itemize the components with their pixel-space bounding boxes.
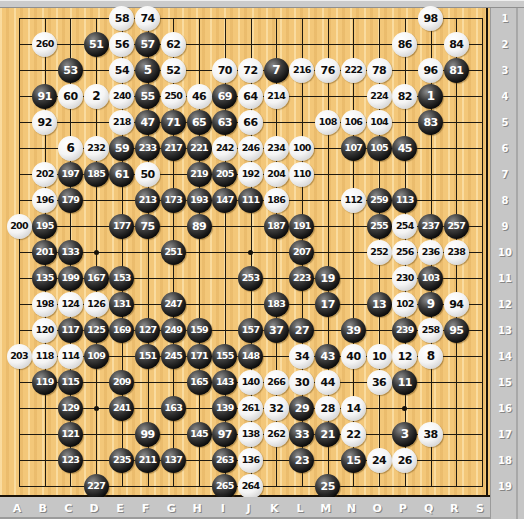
move-number: 34 — [295, 351, 309, 362]
column-label-H: H — [188, 502, 206, 515]
stone-black-move-63: 63 — [212, 110, 237, 135]
move-number: 37 — [269, 325, 283, 336]
move-number: 5 — [144, 64, 152, 76]
stone-white-move-96: 96 — [418, 58, 443, 83]
stone-white-move-256: 256 — [392, 240, 417, 265]
stone-black-move-137: 137 — [161, 448, 186, 473]
stone-white-move-8: 8 — [418, 344, 443, 369]
stone-white-move-44: 44 — [315, 370, 340, 395]
move-number: 115 — [62, 377, 80, 387]
move-number: 111 — [242, 195, 260, 205]
stone-white-move-140: 140 — [238, 370, 263, 395]
stone-black-move-131: 131 — [109, 292, 134, 317]
column-coordinates-strip: ABCDEFGHIJKLMNOPQRS — [0, 497, 490, 519]
move-number: 223 — [293, 273, 311, 283]
move-number: 147 — [216, 195, 234, 205]
stone-black-move-143: 143 — [212, 370, 237, 395]
stone-white-move-74: 74 — [135, 6, 160, 31]
row-label-2: 2 — [492, 39, 518, 50]
stone-white-move-50: 50 — [135, 162, 160, 187]
move-number: 2 — [92, 90, 100, 102]
row-label-10: 10 — [492, 247, 518, 258]
move-number: 179 — [62, 195, 80, 205]
stone-black-move-148: 148 — [238, 344, 263, 369]
stone-black-move-109: 109 — [84, 344, 109, 369]
go-board[interactable]: 5874982605156576286845354552707272167622… — [0, 8, 490, 497]
move-number: 204 — [267, 169, 285, 179]
stone-black-move-129: 129 — [58, 396, 83, 421]
move-number: 261 — [242, 403, 260, 413]
move-number: 14 — [346, 403, 360, 414]
move-number: 44 — [321, 377, 335, 388]
stone-black-move-7: 7 — [264, 58, 289, 83]
move-number: 224 — [370, 91, 388, 101]
move-number: 242 — [216, 143, 234, 153]
stone-black-move-195: 195 — [32, 214, 57, 239]
move-number: 118 — [36, 351, 54, 361]
move-number: 153 — [113, 273, 131, 283]
stone-white-move-86: 86 — [392, 32, 417, 57]
stone-black-move-103: 103 — [418, 266, 443, 291]
stone-black-move-5: 5 — [135, 58, 160, 83]
stone-white-move-14: 14 — [341, 396, 366, 421]
stone-black-move-227: 227 — [84, 474, 109, 499]
stone-black-move-71: 71 — [161, 110, 186, 135]
stone-white-move-262: 262 — [264, 422, 289, 447]
move-number: 250 — [164, 91, 182, 101]
stone-white-move-30: 30 — [289, 370, 314, 395]
move-number: 138 — [242, 429, 260, 439]
stone-black-move-23: 23 — [289, 448, 314, 473]
stone-black-move-187: 187 — [264, 214, 289, 239]
move-number: 1 — [427, 90, 435, 102]
stone-white-move-118: 118 — [32, 344, 57, 369]
move-number: 258 — [422, 325, 440, 335]
move-number: 216 — [293, 65, 311, 75]
move-number: 47 — [140, 117, 154, 128]
move-number: 127 — [139, 325, 157, 335]
move-number: 117 — [62, 325, 80, 335]
move-number: 98 — [423, 13, 437, 24]
stone-white-move-260: 260 — [32, 32, 57, 57]
stone-white-move-112: 112 — [341, 188, 366, 213]
stone-black-move-209: 209 — [109, 370, 134, 395]
stone-black-move-223: 223 — [289, 266, 314, 291]
stone-black-move-135: 135 — [32, 266, 57, 291]
stone-white-move-92: 92 — [32, 110, 57, 135]
column-label-A: A — [8, 502, 26, 515]
stone-black-move-83: 83 — [418, 110, 443, 135]
stone-black-move-59: 59 — [109, 136, 134, 161]
move-number: 183 — [267, 299, 285, 309]
stone-black-move-119: 119 — [32, 370, 57, 395]
move-number: 200 — [10, 221, 28, 231]
stone-white-move-76: 76 — [315, 58, 340, 83]
stone-black-move-167: 167 — [84, 266, 109, 291]
move-number: 46 — [192, 91, 206, 102]
move-number: 247 — [164, 299, 182, 309]
row-label-11: 11 — [492, 273, 518, 284]
row-coordinates-strip: 12345678910111213141516171819 — [490, 8, 524, 519]
move-number: 91 — [38, 91, 52, 102]
column-label-N: N — [342, 502, 360, 515]
stone-black-move-265: 265 — [212, 474, 237, 499]
stone-white-move-222: 222 — [341, 58, 366, 83]
move-number: 38 — [423, 429, 437, 440]
stone-black-move-29: 29 — [289, 396, 314, 421]
stone-white-move-58: 58 — [109, 6, 134, 31]
move-number: 266 — [267, 377, 285, 387]
row-label-17: 17 — [492, 429, 518, 440]
stone-white-move-102: 102 — [392, 292, 417, 317]
move-number: 9 — [427, 298, 435, 310]
stone-white-move-230: 230 — [392, 266, 417, 291]
stone-white-move-84: 84 — [444, 32, 469, 57]
move-number: 124 — [62, 299, 80, 309]
stone-white-move-22: 22 — [341, 422, 366, 447]
column-label-L: L — [291, 502, 309, 515]
grid-line-vertical — [482, 18, 483, 487]
move-number: 143 — [216, 377, 234, 387]
move-number: 165 — [190, 377, 208, 387]
move-number: 22 — [346, 429, 360, 440]
move-number: 263 — [216, 455, 234, 465]
move-number: 246 — [242, 143, 260, 153]
stone-black-move-239: 239 — [392, 318, 417, 343]
stone-white-move-234: 234 — [264, 136, 289, 161]
row-label-6: 6 — [492, 143, 518, 154]
move-number: 39 — [346, 325, 360, 336]
stone-white-move-261: 261 — [238, 396, 263, 421]
move-number: 230 — [396, 273, 414, 283]
stone-black-move-241: 241 — [109, 396, 134, 421]
star-point — [248, 250, 253, 255]
move-number: 251 — [164, 247, 182, 257]
move-number: 95 — [449, 325, 463, 336]
row-label-18: 18 — [492, 455, 518, 466]
stone-black-move-191: 191 — [289, 214, 314, 239]
move-number: 114 — [62, 351, 80, 361]
move-number: 155 — [216, 351, 234, 361]
stone-black-move-155: 155 — [212, 344, 237, 369]
move-number: 240 — [113, 91, 131, 101]
stone-white-move-124: 124 — [58, 292, 83, 317]
stone-black-move-245: 245 — [161, 344, 186, 369]
stone-black-move-115: 115 — [58, 370, 83, 395]
move-number: 96 — [423, 65, 437, 76]
stone-white-move-98: 98 — [418, 6, 443, 31]
stone-black-move-95: 95 — [444, 318, 469, 343]
move-number: 110 — [293, 169, 311, 179]
column-label-Q: Q — [420, 502, 438, 515]
move-number: 187 — [267, 221, 285, 231]
move-number: 113 — [396, 195, 414, 205]
stone-black-move-249: 249 — [161, 318, 186, 343]
star-point — [94, 406, 99, 411]
stone-black-move-117: 117 — [58, 318, 83, 343]
stone-white-move-54: 54 — [109, 58, 134, 83]
move-number: 8 — [427, 350, 435, 362]
stone-black-move-207: 207 — [289, 240, 314, 265]
move-number: 259 — [370, 195, 388, 205]
move-number: 211 — [139, 455, 157, 465]
move-number: 63 — [218, 117, 232, 128]
stone-black-move-147: 147 — [212, 188, 237, 213]
stone-black-move-219: 219 — [187, 162, 212, 187]
move-number: 209 — [113, 377, 131, 387]
stone-black-move-89: 89 — [187, 214, 212, 239]
stone-white-move-12: 12 — [392, 344, 417, 369]
move-number: 135 — [36, 273, 54, 283]
stone-white-move-214: 214 — [264, 84, 289, 109]
move-number: 23 — [295, 455, 309, 466]
move-number: 17 — [321, 299, 335, 310]
stone-black-move-1: 1 — [418, 84, 443, 109]
column-label-P: P — [394, 502, 412, 515]
move-number: 58 — [115, 13, 129, 24]
move-number: 11 — [398, 377, 412, 388]
move-number: 169 — [113, 325, 131, 335]
stone-black-move-39: 39 — [341, 318, 366, 343]
row-label-1: 1 — [492, 13, 518, 24]
stone-white-move-114: 114 — [58, 344, 83, 369]
move-number: 76 — [321, 65, 335, 76]
move-number: 33 — [295, 429, 309, 440]
move-number: 257 — [447, 221, 465, 231]
stone-white-move-242: 242 — [212, 136, 237, 161]
move-number: 193 — [190, 195, 208, 205]
move-number: 12 — [398, 351, 412, 362]
move-number: 157 — [242, 325, 260, 335]
move-number: 94 — [449, 299, 463, 310]
column-label-F: F — [137, 502, 155, 515]
move-number: 214 — [267, 91, 285, 101]
stone-white-move-106: 106 — [341, 110, 366, 135]
move-number: 26 — [398, 455, 412, 466]
move-number: 196 — [36, 195, 54, 205]
move-number: 55 — [140, 91, 154, 102]
stone-white-move-202: 202 — [32, 162, 57, 187]
star-point — [402, 406, 407, 411]
row-label-9: 9 — [492, 221, 518, 232]
move-number: 81 — [449, 65, 463, 76]
move-number: 112 — [345, 195, 363, 205]
stone-white-move-250: 250 — [161, 84, 186, 109]
move-number: 56 — [115, 39, 129, 50]
stone-white-move-246: 246 — [238, 136, 263, 161]
move-number: 136 — [242, 455, 260, 465]
move-number: 255 — [370, 221, 388, 231]
stone-white-move-126: 126 — [84, 292, 109, 317]
stone-black-move-177: 177 — [109, 214, 134, 239]
stone-black-move-257: 257 — [444, 214, 469, 239]
move-number: 139 — [216, 403, 234, 413]
move-number: 167 — [87, 273, 105, 283]
stone-black-move-133: 133 — [58, 240, 83, 265]
move-number: 92 — [38, 117, 52, 128]
stone-black-move-25: 25 — [315, 474, 340, 499]
stone-white-move-252: 252 — [367, 240, 392, 265]
stone-black-move-75: 75 — [135, 214, 160, 239]
stone-white-move-218: 218 — [109, 110, 134, 135]
stone-black-move-171: 171 — [187, 344, 212, 369]
move-number: 72 — [243, 65, 257, 76]
stone-black-move-97: 97 — [212, 422, 237, 447]
stone-white-move-238: 238 — [444, 240, 469, 265]
stone-white-move-108: 108 — [315, 110, 340, 135]
move-number: 262 — [267, 429, 285, 439]
stone-white-move-192: 192 — [238, 162, 263, 187]
stone-black-move-221: 221 — [187, 136, 212, 161]
move-number: 40 — [346, 351, 360, 362]
move-number: 108 — [319, 117, 337, 127]
stone-black-move-15: 15 — [341, 448, 366, 473]
stone-black-move-201: 201 — [32, 240, 57, 265]
move-number: 191 — [293, 221, 311, 231]
stone-black-move-91: 91 — [32, 84, 57, 109]
move-number: 120 — [36, 325, 54, 335]
move-number: 227 — [87, 481, 105, 491]
move-number: 201 — [36, 247, 54, 257]
stone-white-move-24: 24 — [367, 448, 392, 473]
stone-black-move-139: 139 — [212, 396, 237, 421]
row-label-15: 15 — [492, 377, 518, 388]
stone-white-move-10: 10 — [367, 344, 392, 369]
column-label-M: M — [317, 502, 335, 515]
move-number: 61 — [115, 169, 129, 180]
board-right-edge — [486, 8, 488, 497]
move-number: 238 — [447, 247, 465, 257]
move-number: 177 — [113, 221, 131, 231]
row-label-7: 7 — [492, 169, 518, 180]
star-point — [94, 250, 99, 255]
stone-black-move-179: 179 — [58, 188, 83, 213]
move-number: 129 — [62, 403, 80, 413]
move-number: 171 — [190, 351, 208, 361]
stone-white-move-34: 34 — [289, 344, 314, 369]
move-number: 125 — [87, 325, 105, 335]
move-number: 74 — [140, 13, 154, 24]
stone-white-move-198: 198 — [32, 292, 57, 317]
stone-black-move-163: 163 — [161, 396, 186, 421]
move-number: 54 — [115, 65, 129, 76]
stone-black-move-185: 185 — [84, 162, 109, 187]
row-label-13: 13 — [492, 325, 518, 336]
stone-black-move-205: 205 — [212, 162, 237, 187]
stone-white-move-64: 64 — [238, 84, 263, 109]
row-label-5: 5 — [492, 117, 518, 128]
move-number: 241 — [113, 403, 131, 413]
move-number: 260 — [36, 39, 54, 49]
stone-white-move-258: 258 — [418, 318, 443, 343]
stone-black-move-105: 105 — [367, 136, 392, 161]
stone-black-move-3: 3 — [392, 422, 417, 447]
move-number: 236 — [422, 247, 440, 257]
move-number: 59 — [115, 143, 129, 154]
move-number: 89 — [192, 221, 206, 232]
stone-black-move-159: 159 — [187, 318, 212, 343]
stone-white-move-203: 203 — [7, 344, 32, 369]
stone-white-move-66: 66 — [238, 110, 263, 135]
move-number: 105 — [370, 143, 388, 153]
stone-white-move-136: 136 — [238, 448, 263, 473]
move-number: 222 — [345, 65, 363, 75]
move-number: 126 — [87, 299, 105, 309]
move-number: 70 — [218, 65, 232, 76]
move-number: 15 — [346, 455, 360, 466]
move-number: 86 — [398, 39, 412, 50]
move-number: 163 — [164, 403, 182, 413]
stone-black-move-107: 107 — [341, 136, 366, 161]
stone-white-move-2: 2 — [84, 84, 109, 109]
stone-white-move-120: 120 — [32, 318, 57, 343]
move-number: 232 — [87, 143, 105, 153]
stone-white-move-224: 224 — [367, 84, 392, 109]
stone-black-move-197: 197 — [58, 162, 83, 187]
move-number: 137 — [164, 455, 182, 465]
stone-black-move-61: 61 — [109, 162, 134, 187]
move-number: 10 — [372, 351, 386, 362]
move-number: 173 — [164, 195, 182, 205]
stone-black-move-213: 213 — [135, 188, 160, 213]
stone-black-move-57: 57 — [135, 32, 160, 57]
stone-white-move-38: 38 — [418, 422, 443, 447]
stone-black-move-235: 235 — [109, 448, 134, 473]
move-number: 106 — [345, 117, 363, 127]
stone-white-move-70: 70 — [212, 58, 237, 83]
column-label-R: R — [445, 502, 463, 515]
stone-black-move-43: 43 — [315, 344, 340, 369]
stone-black-move-19: 19 — [315, 266, 340, 291]
move-number: 45 — [398, 143, 412, 154]
column-label-G: G — [162, 502, 180, 515]
stone-black-move-37: 37 — [264, 318, 289, 343]
row-label-16: 16 — [492, 403, 518, 414]
move-number: 205 — [216, 169, 234, 179]
stone-white-move-28: 28 — [315, 396, 340, 421]
stone-black-move-13: 13 — [367, 292, 392, 317]
move-number: 51 — [89, 39, 103, 50]
stone-white-move-216: 216 — [289, 58, 314, 83]
move-number: 109 — [87, 351, 105, 361]
stone-black-move-27: 27 — [289, 318, 314, 343]
move-number: 28 — [321, 403, 335, 414]
stone-black-move-237: 237 — [418, 214, 443, 239]
move-number: 36 — [372, 377, 386, 388]
move-number: 252 — [370, 247, 388, 257]
move-number: 145 — [190, 429, 208, 439]
stone-black-move-121: 121 — [58, 422, 83, 447]
stone-white-move-52: 52 — [161, 58, 186, 83]
move-number: 66 — [243, 117, 257, 128]
move-number: 131 — [113, 299, 131, 309]
move-number: 237 — [422, 221, 440, 231]
move-number: 217 — [164, 143, 182, 153]
row-label-14: 14 — [492, 351, 518, 362]
stone-black-move-21: 21 — [315, 422, 340, 447]
stone-black-move-53: 53 — [58, 58, 83, 83]
move-number: 249 — [164, 325, 182, 335]
move-number: 235 — [113, 455, 131, 465]
move-number: 29 — [295, 403, 309, 414]
stone-black-move-157: 157 — [238, 318, 263, 343]
move-number: 104 — [370, 117, 388, 127]
column-label-D: D — [85, 502, 103, 515]
stone-white-move-200: 200 — [7, 214, 32, 239]
stone-black-move-199: 199 — [58, 266, 83, 291]
move-number: 50 — [140, 169, 154, 180]
move-number: 57 — [140, 39, 154, 50]
